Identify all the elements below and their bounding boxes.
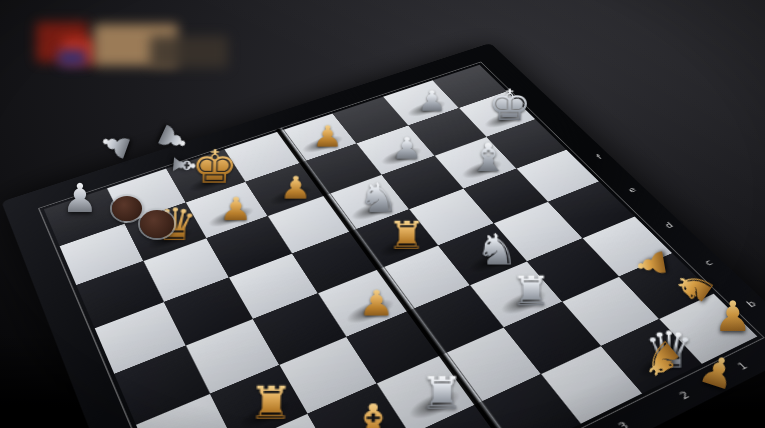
standing-gold-pawn[interactable]: ♟ bbox=[714, 296, 752, 338]
king-glyph: ♚ bbox=[480, 83, 537, 128]
felt-base bbox=[140, 210, 174, 238]
coordinate-label-right: d bbox=[663, 221, 675, 229]
coordinate-label-right: f bbox=[595, 154, 603, 160]
felt-base bbox=[112, 196, 142, 221]
pawn-glyph: ♟ bbox=[377, 133, 437, 165]
pawn-glyph: ♟ bbox=[298, 121, 357, 152]
coordinate-label-bottom: 3 bbox=[617, 421, 631, 428]
coordinate-label-right: c bbox=[703, 259, 715, 268]
rook-glyph: ♜ bbox=[232, 380, 309, 428]
fallen-silver-bishop[interactable]: ♝ bbox=[167, 150, 199, 179]
coordinate-label-right: e bbox=[627, 186, 638, 194]
pawn-glyph: ♟ bbox=[404, 86, 461, 116]
rook-glyph: ♜ bbox=[403, 370, 479, 417]
bishop-glyph: ♝ bbox=[458, 136, 518, 177]
coordinate-label-bottom: 2 bbox=[678, 390, 692, 402]
fallen-silver-pawn-standing[interactable]: ♟ bbox=[62, 178, 98, 218]
chess-scene: ♚♟♟♛♟♟♟♚♞♝♜♟♞♜♜♝♜♝♛ 87654321bcdef bbox=[88, 0, 688, 428]
pawn-glyph: ♟ bbox=[341, 285, 411, 322]
gold-rook[interactable]: ♜ bbox=[351, 209, 437, 269]
fallen-gold-pawn[interactable]: ♟ bbox=[632, 245, 673, 283]
photo-background: ♚♟♟♛♟♟♟♚♞♝♜♟♞♜♜♝♜♝♛ 87654321bcdef ♟♟♟♝ ♟… bbox=[0, 0, 765, 428]
rook-glyph: ♜ bbox=[496, 270, 565, 313]
pawn-glyph: ♟ bbox=[204, 192, 268, 226]
rook-glyph: ♜ bbox=[374, 216, 440, 257]
watermark-block bbox=[58, 50, 86, 66]
bishop-glyph: ♝ bbox=[333, 395, 411, 428]
knight-glyph: ♞ bbox=[463, 226, 529, 272]
pawn-glyph: ♟ bbox=[264, 172, 327, 205]
